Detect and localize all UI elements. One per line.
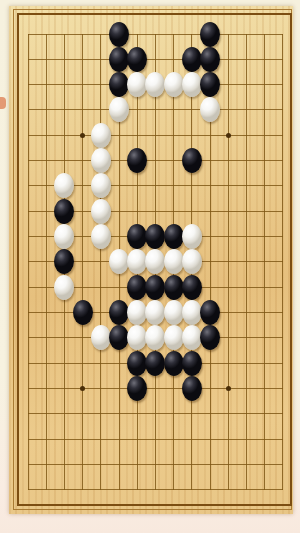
- black-stone: ●: [200, 325, 220, 350]
- white-stone: ●: [109, 249, 129, 274]
- black-stone-glyph: ●: [166, 354, 182, 372]
- white-stone-glyph: ●: [93, 329, 109, 347]
- white-stone-glyph: ●: [129, 253, 145, 271]
- black-stone: ●: [54, 199, 74, 224]
- black-stone-glyph: ●: [57, 253, 73, 271]
- white-stone: ●: [145, 249, 165, 274]
- white-stone: ●: [145, 300, 165, 325]
- white-stone-glyph: ●: [184, 228, 200, 246]
- grid-vline: [246, 34, 247, 491]
- black-stone: ●: [145, 275, 165, 300]
- white-stone: ●: [127, 325, 147, 350]
- black-stone-glyph: ●: [129, 152, 145, 170]
- white-stone: ●: [182, 224, 202, 249]
- black-stone: ●: [164, 275, 184, 300]
- black-stone-glyph: ●: [148, 354, 164, 372]
- black-stone-glyph: ●: [202, 329, 218, 347]
- black-stone: ●: [200, 22, 220, 47]
- white-stone-glyph: ●: [184, 253, 200, 271]
- star-point: [226, 133, 231, 138]
- black-stone-glyph: ●: [129, 278, 145, 296]
- black-stone: ●: [182, 47, 202, 72]
- white-stone-glyph: ●: [129, 329, 145, 347]
- white-stone-glyph: ●: [202, 101, 218, 119]
- black-stone-glyph: ●: [184, 50, 200, 68]
- star-point: [80, 133, 85, 138]
- black-stone: ●: [164, 224, 184, 249]
- white-stone: ●: [91, 148, 111, 173]
- black-stone: ●: [109, 300, 129, 325]
- white-stone-glyph: ●: [57, 228, 73, 246]
- white-stone: ●: [127, 300, 147, 325]
- grid-vline: [264, 34, 265, 491]
- star-point: [80, 386, 85, 391]
- black-stone: ●: [109, 72, 129, 97]
- white-stone-glyph: ●: [129, 76, 145, 94]
- white-stone-glyph: ●: [93, 202, 109, 220]
- white-stone-glyph: ●: [111, 101, 127, 119]
- black-stone: ●: [109, 22, 129, 47]
- grid-vline: [82, 34, 83, 491]
- white-stone-glyph: ●: [148, 253, 164, 271]
- white-stone-glyph: ●: [93, 177, 109, 195]
- black-stone-glyph: ●: [111, 76, 127, 94]
- white-stone: ●: [145, 72, 165, 97]
- black-stone: ●: [127, 148, 147, 173]
- white-stone: ●: [164, 300, 184, 325]
- black-stone-glyph: ●: [202, 304, 218, 322]
- white-stone-glyph: ●: [166, 304, 182, 322]
- black-stone: ●: [164, 351, 184, 376]
- white-stone: ●: [164, 72, 184, 97]
- white-stone-glyph: ●: [148, 76, 164, 94]
- white-stone: ●: [164, 249, 184, 274]
- white-stone-glyph: ●: [184, 76, 200, 94]
- star-point: [226, 386, 231, 391]
- go-app-screen: ●●●●●●●●●●●●●●●●●●●●●●●●●●●●●●●●●●●●●●●●…: [0, 0, 300, 533]
- black-stone-glyph: ●: [129, 354, 145, 372]
- white-stone: ●: [91, 325, 111, 350]
- white-stone: ●: [200, 97, 220, 122]
- black-stone-glyph: ●: [184, 354, 200, 372]
- white-stone-glyph: ●: [111, 253, 127, 271]
- white-stone: ●: [91, 173, 111, 198]
- black-stone-glyph: ●: [75, 304, 91, 322]
- black-stone-glyph: ●: [166, 228, 182, 246]
- grid-vline: [28, 34, 29, 491]
- white-stone: ●: [109, 97, 129, 122]
- white-stone: ●: [91, 199, 111, 224]
- black-stone-glyph: ●: [129, 228, 145, 246]
- black-stone: ●: [182, 275, 202, 300]
- black-stone: ●: [54, 249, 74, 274]
- black-stone: ●: [145, 351, 165, 376]
- white-stone: ●: [127, 249, 147, 274]
- black-stone: ●: [200, 300, 220, 325]
- black-stone-glyph: ●: [148, 278, 164, 296]
- white-stone-glyph: ●: [166, 253, 182, 271]
- black-stone: ●: [127, 376, 147, 401]
- black-stone: ●: [109, 325, 129, 350]
- black-stone: ●: [200, 72, 220, 97]
- white-stone-glyph: ●: [93, 228, 109, 246]
- black-stone-glyph: ●: [184, 278, 200, 296]
- black-stone: ●: [127, 275, 147, 300]
- white-stone-glyph: ●: [166, 76, 182, 94]
- black-stone-glyph: ●: [202, 25, 218, 43]
- black-stone-glyph: ●: [111, 50, 127, 68]
- black-stone: ●: [182, 148, 202, 173]
- white-stone: ●: [164, 325, 184, 350]
- black-stone: ●: [127, 47, 147, 72]
- black-stone: ●: [109, 47, 129, 72]
- white-stone-glyph: ●: [57, 177, 73, 195]
- black-stone-glyph: ●: [111, 25, 127, 43]
- black-stone: ●: [73, 300, 93, 325]
- white-stone: ●: [182, 249, 202, 274]
- grid-vline: [228, 34, 229, 491]
- black-stone-glyph: ●: [111, 329, 127, 347]
- white-stone: ●: [182, 72, 202, 97]
- black-stone-glyph: ●: [184, 380, 200, 398]
- black-stone: ●: [182, 376, 202, 401]
- white-stone-glyph: ●: [57, 278, 73, 296]
- white-stone: ●: [182, 300, 202, 325]
- white-stone-glyph: ●: [184, 304, 200, 322]
- white-stone: ●: [145, 325, 165, 350]
- white-stone-glyph: ●: [184, 329, 200, 347]
- white-stone-glyph: ●: [93, 126, 109, 144]
- white-stone-glyph: ●: [148, 329, 164, 347]
- white-stone: ●: [127, 72, 147, 97]
- white-stone: ●: [91, 123, 111, 148]
- white-stone: ●: [54, 224, 74, 249]
- white-stone: ●: [54, 173, 74, 198]
- white-stone-glyph: ●: [148, 304, 164, 322]
- black-stone: ●: [182, 351, 202, 376]
- white-stone: ●: [91, 224, 111, 249]
- black-stone-glyph: ●: [202, 76, 218, 94]
- black-stone-glyph: ●: [129, 50, 145, 68]
- black-stone: ●: [127, 224, 147, 249]
- white-stone: ●: [182, 325, 202, 350]
- go-board[interactable]: ●●●●●●●●●●●●●●●●●●●●●●●●●●●●●●●●●●●●●●●●…: [0, 0, 300, 533]
- white-stone: ●: [54, 275, 74, 300]
- black-stone-glyph: ●: [111, 304, 127, 322]
- black-stone: ●: [145, 224, 165, 249]
- white-stone-glyph: ●: [129, 304, 145, 322]
- grid-vline: [46, 34, 47, 491]
- black-stone-glyph: ●: [202, 50, 218, 68]
- black-stone-glyph: ●: [166, 278, 182, 296]
- black-stone-glyph: ●: [184, 152, 200, 170]
- black-stone-glyph: ●: [148, 228, 164, 246]
- black-stone-glyph: ●: [57, 202, 73, 220]
- black-stone: ●: [200, 47, 220, 72]
- white-stone-glyph: ●: [166, 329, 182, 347]
- white-stone-glyph: ●: [93, 152, 109, 170]
- grid-vline: [100, 34, 101, 491]
- black-stone-glyph: ●: [129, 380, 145, 398]
- black-stone: ●: [127, 351, 147, 376]
- grid-vline: [282, 34, 283, 491]
